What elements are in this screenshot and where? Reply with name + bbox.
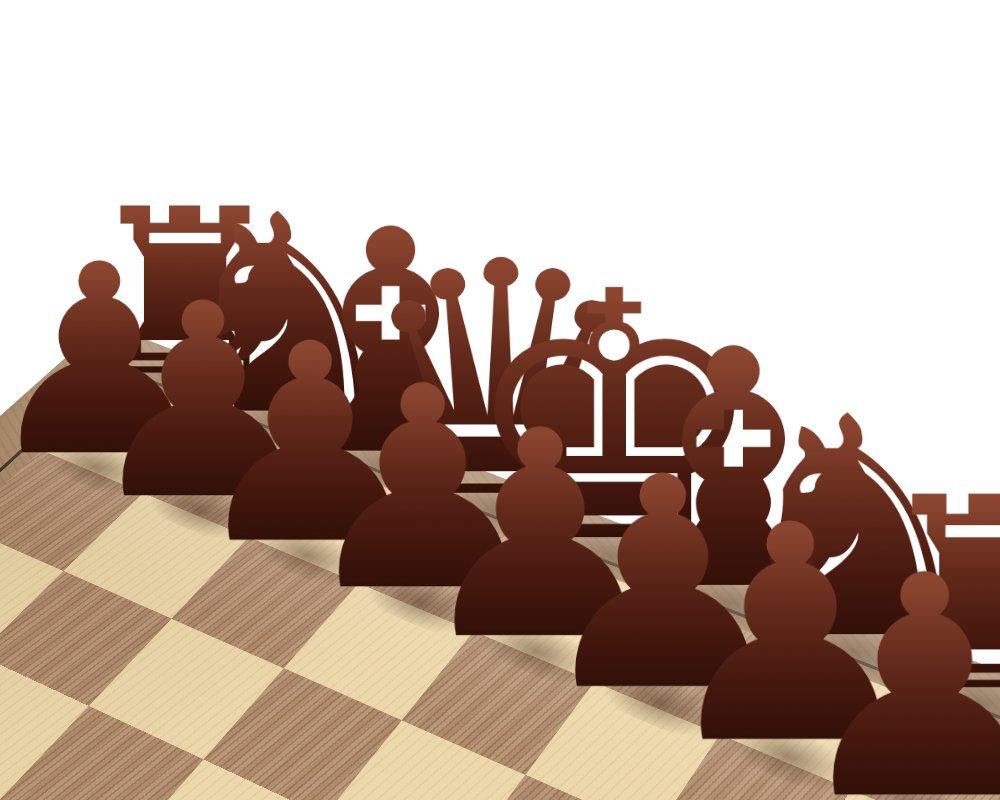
- product-photo: ♜♞♝♛♚♝♞♜♟♟♟♟♟♟♟♟: [0, 0, 1000, 800]
- chessboard: ♜♞♝♛♚♝♞♜♟♟♟♟♟♟♟♟: [0, 323, 1000, 800]
- pawn-icon: ♟: [528, 569, 1000, 800]
- square-h7[interactable]: ♟: [790, 790, 989, 800]
- scene-3d: ♜♞♝♛♚♝♞♜♟♟♟♟♟♟♟♟: [0, 0, 1000, 800]
- black-pawn-h7[interactable]: ♟: [839, 714, 1000, 800]
- board-grid: ♜♞♝♛♚♝♞♜♟♟♟♟♟♟♟♟: [0, 380, 1000, 800]
